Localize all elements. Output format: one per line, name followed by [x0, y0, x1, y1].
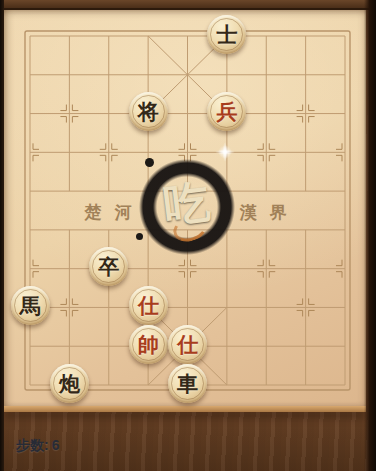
piece-black-将[interactable]: 将: [129, 92, 168, 131]
river-text-right: 漢界: [223, 201, 303, 221]
piece-black-馬[interactable]: 馬: [11, 286, 50, 325]
piece-red-兵[interactable]: 兵: [207, 92, 246, 131]
piece-red-帥[interactable]: 帥: [129, 325, 168, 364]
move-counter-label: 步数:: [16, 437, 49, 453]
piece-character: 炮: [50, 364, 89, 403]
river-text-left: 楚河: [68, 201, 148, 221]
piece-black-士[interactable]: 士: [207, 15, 246, 54]
piece-character: 車: [168, 364, 207, 403]
piece-character: 帥: [129, 325, 168, 364]
screen-left-edge: [0, 0, 4, 471]
move-counter-value: 6: [52, 437, 60, 453]
piece-red-仕[interactable]: 仕: [129, 286, 168, 325]
piece-black-車[interactable]: 車: [168, 364, 207, 403]
logo-character: 吃: [160, 171, 213, 238]
piece-character: 卒: [89, 247, 128, 286]
top-bar: [0, 0, 376, 10]
capture-logo: 吃: [139, 159, 235, 255]
piece-character: 士: [207, 15, 246, 54]
game-screen: 楚河 漢界 吃 士将兵卒馬仕帥仕炮車 步数:6: [0, 0, 376, 471]
piece-character: 将: [129, 92, 168, 131]
piece-black-卒[interactable]: 卒: [89, 247, 128, 286]
piece-character: 兵: [207, 92, 246, 131]
piece-character: 馬: [11, 286, 50, 325]
piece-character: 仕: [168, 325, 207, 364]
piece-red-仕[interactable]: 仕: [168, 325, 207, 364]
move-counter: 步数:6: [16, 437, 62, 455]
board-bevel: [4, 406, 366, 412]
piece-black-炮[interactable]: 炮: [50, 364, 89, 403]
ink-dot-icon: [136, 233, 143, 240]
ink-dot-icon: [145, 158, 154, 167]
screen-right-edge: [364, 0, 376, 471]
piece-character: 仕: [129, 286, 168, 325]
sparkle-effect: [216, 143, 234, 161]
